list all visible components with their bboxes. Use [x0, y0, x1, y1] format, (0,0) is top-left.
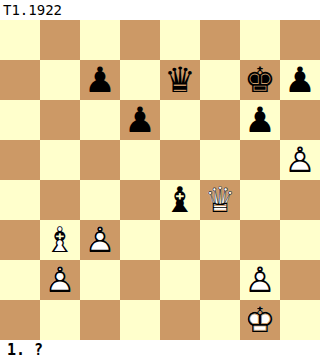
- square-b8[interactable]: [40, 20, 80, 60]
- white-queen-outline: ♕: [204, 180, 235, 220]
- move-prompt: 1. ?: [0, 340, 320, 360]
- square-g1[interactable]: ♚♔: [240, 300, 280, 340]
- square-f6[interactable]: [200, 100, 240, 140]
- piece-white-king: ♚♔: [240, 300, 280, 340]
- square-h3[interactable]: [280, 220, 320, 260]
- square-h2[interactable]: [280, 260, 320, 300]
- square-e4[interactable]: ♝: [160, 180, 200, 220]
- piece-black-pawn: ♟: [280, 60, 320, 100]
- square-b4[interactable]: [40, 180, 80, 220]
- square-f3[interactable]: [200, 220, 240, 260]
- piece-white-bishop: ♝♗: [40, 220, 80, 260]
- square-a7[interactable]: [0, 60, 40, 100]
- square-a8[interactable]: [0, 20, 40, 60]
- square-a3[interactable]: [0, 220, 40, 260]
- white-king-outline: ♔: [244, 300, 275, 340]
- square-a2[interactable]: [0, 260, 40, 300]
- square-d3[interactable]: [120, 220, 160, 260]
- white-pawn-outline: ♙: [284, 140, 315, 180]
- piece-black-king: ♚: [240, 60, 280, 100]
- square-a6[interactable]: [0, 100, 40, 140]
- white-bishop-outline: ♗: [44, 220, 75, 260]
- square-d6[interactable]: ♟: [120, 100, 160, 140]
- square-c4[interactable]: [80, 180, 120, 220]
- square-e1[interactable]: [160, 300, 200, 340]
- piece-black-bishop: ♝: [160, 180, 200, 220]
- square-d7[interactable]: [120, 60, 160, 100]
- square-g8[interactable]: [240, 20, 280, 60]
- square-h8[interactable]: [280, 20, 320, 60]
- square-b3[interactable]: ♝♗: [40, 220, 80, 260]
- square-c1[interactable]: [80, 300, 120, 340]
- square-e7[interactable]: ♛: [160, 60, 200, 100]
- square-d2[interactable]: [120, 260, 160, 300]
- piece-white-pawn: ♟♙: [240, 260, 280, 300]
- square-e6[interactable]: [160, 100, 200, 140]
- square-g6[interactable]: ♟: [240, 100, 280, 140]
- square-d8[interactable]: [120, 20, 160, 60]
- square-e5[interactable]: [160, 140, 200, 180]
- square-d5[interactable]: [120, 140, 160, 180]
- square-a4[interactable]: [0, 180, 40, 220]
- black-bishop-glyph: ♝: [164, 180, 195, 220]
- square-c5[interactable]: [80, 140, 120, 180]
- square-h7[interactable]: ♟: [280, 60, 320, 100]
- square-b5[interactable]: [40, 140, 80, 180]
- piece-black-queen: ♛: [160, 60, 200, 100]
- black-pawn-glyph: ♟: [284, 60, 315, 100]
- square-h6[interactable]: [280, 100, 320, 140]
- square-b2[interactable]: ♟♙: [40, 260, 80, 300]
- black-pawn-glyph: ♟: [244, 100, 275, 140]
- black-pawn-glyph: ♟: [84, 60, 115, 100]
- square-e8[interactable]: [160, 20, 200, 60]
- puzzle-id: T1.1922: [0, 0, 320, 20]
- white-pawn-outline: ♙: [244, 260, 275, 300]
- black-king-glyph: ♚: [244, 60, 275, 100]
- black-queen-glyph: ♛: [164, 60, 195, 100]
- square-g3[interactable]: [240, 220, 280, 260]
- square-g7[interactable]: ♚: [240, 60, 280, 100]
- white-pawn-outline: ♙: [44, 260, 75, 300]
- square-h4[interactable]: [280, 180, 320, 220]
- square-f1[interactable]: [200, 300, 240, 340]
- square-g2[interactable]: ♟♙: [240, 260, 280, 300]
- square-e3[interactable]: [160, 220, 200, 260]
- square-c7[interactable]: ♟: [80, 60, 120, 100]
- square-g5[interactable]: [240, 140, 280, 180]
- square-c2[interactable]: [80, 260, 120, 300]
- chess-board: ♟♛♚♟♟♟♟♙♝♛♕♝♗♟♙♟♙♟♙♚♔: [0, 20, 320, 340]
- square-b7[interactable]: [40, 60, 80, 100]
- square-a1[interactable]: [0, 300, 40, 340]
- black-pawn-glyph: ♟: [124, 100, 155, 140]
- square-c8[interactable]: [80, 20, 120, 60]
- square-c3[interactable]: ♟♙: [80, 220, 120, 260]
- square-h1[interactable]: [280, 300, 320, 340]
- square-f7[interactable]: [200, 60, 240, 100]
- square-d1[interactable]: [120, 300, 160, 340]
- square-h5[interactable]: ♟♙: [280, 140, 320, 180]
- piece-black-pawn: ♟: [240, 100, 280, 140]
- square-b1[interactable]: [40, 300, 80, 340]
- square-a5[interactable]: [0, 140, 40, 180]
- square-f5[interactable]: [200, 140, 240, 180]
- white-pawn-outline: ♙: [84, 220, 115, 260]
- piece-white-pawn: ♟♙: [280, 140, 320, 180]
- piece-black-pawn: ♟: [120, 100, 160, 140]
- square-e2[interactable]: [160, 260, 200, 300]
- square-f2[interactable]: [200, 260, 240, 300]
- piece-white-queen: ♛♕: [200, 180, 240, 220]
- square-b6[interactable]: [40, 100, 80, 140]
- square-f8[interactable]: [200, 20, 240, 60]
- piece-white-pawn: ♟♙: [40, 260, 80, 300]
- piece-black-pawn: ♟: [80, 60, 120, 100]
- square-d4[interactable]: [120, 180, 160, 220]
- square-g4[interactable]: [240, 180, 280, 220]
- square-c6[interactable]: [80, 100, 120, 140]
- square-f4[interactable]: ♛♕: [200, 180, 240, 220]
- piece-white-pawn: ♟♙: [80, 220, 120, 260]
